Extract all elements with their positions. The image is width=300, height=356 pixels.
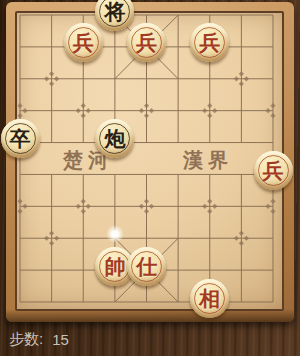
move-highlight-marker [106, 225, 124, 243]
piece-red-soldier[interactable]: 兵 [64, 23, 103, 62]
piece-black-soldier[interactable]: 卒 [1, 119, 40, 158]
piece-red-soldier[interactable]: 兵 [127, 23, 166, 62]
status-bar: 步数: 15 [0, 322, 300, 356]
move-count-label: 步数: [9, 330, 43, 349]
move-count-value: 15 [52, 331, 69, 348]
piece-red-soldier[interactable]: 兵 [254, 151, 293, 190]
river-label-right: 漢界 [183, 147, 233, 174]
piece-red-soldier[interactable]: 兵 [190, 23, 229, 62]
piece-black-cannon[interactable]: 炮 [95, 119, 134, 158]
piece-red-elephant[interactable]: 相 [190, 279, 229, 318]
xiangqi-app: 楚河 漢界 将兵兵兵卒炮兵帥仕相 步数: 15 [0, 0, 300, 356]
piece-red-advisor[interactable]: 仕 [127, 247, 166, 286]
